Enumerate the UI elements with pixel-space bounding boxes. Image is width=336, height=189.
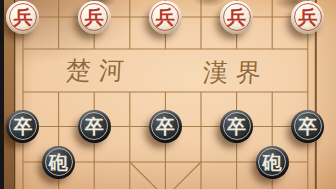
piece-glyph: 卒 (13, 117, 32, 136)
xiangqi-app-screen: 楚河 漢界 兵兵兵兵兵卒卒卒卒卒砲砲 (0, 0, 336, 189)
piece-glyph: 卒 (227, 117, 246, 136)
piece-glyph: 兵 (13, 8, 32, 27)
piece-glyph: 砲 (49, 153, 68, 172)
piece-glyph: 兵 (85, 8, 104, 27)
piece-black-soldier[interactable]: 卒 (220, 110, 253, 143)
piece-red-soldier[interactable]: 兵 (78, 1, 111, 34)
piece-glyph: 卒 (85, 117, 104, 136)
piece-red-soldier[interactable]: 兵 (149, 1, 182, 34)
piece-red-soldier[interactable]: 兵 (6, 1, 39, 34)
piece-black-soldier[interactable]: 卒 (78, 110, 111, 143)
xiangqi-board[interactable]: 楚河 漢界 兵兵兵兵兵卒卒卒卒卒砲砲 (0, 0, 336, 189)
piece-black-soldier[interactable]: 卒 (6, 110, 39, 143)
piece-red-soldier[interactable]: 兵 (291, 1, 324, 34)
piece-glyph: 卒 (298, 117, 317, 136)
pieces-grid: 兵兵兵兵兵卒卒卒卒卒砲砲 (5, 0, 325, 180)
piece-black-cannon[interactable]: 砲 (42, 146, 75, 179)
piece-glyph: 兵 (156, 8, 175, 27)
piece-glyph: 兵 (298, 8, 317, 27)
piece-black-soldier[interactable]: 卒 (149, 110, 182, 143)
piece-glyph: 卒 (156, 117, 175, 136)
piece-glyph: 砲 (263, 153, 282, 172)
piece-black-soldier[interactable]: 卒 (291, 110, 324, 143)
piece-red-soldier[interactable]: 兵 (220, 1, 253, 34)
piece-black-cannon[interactable]: 砲 (256, 146, 289, 179)
piece-glyph: 兵 (227, 8, 246, 27)
